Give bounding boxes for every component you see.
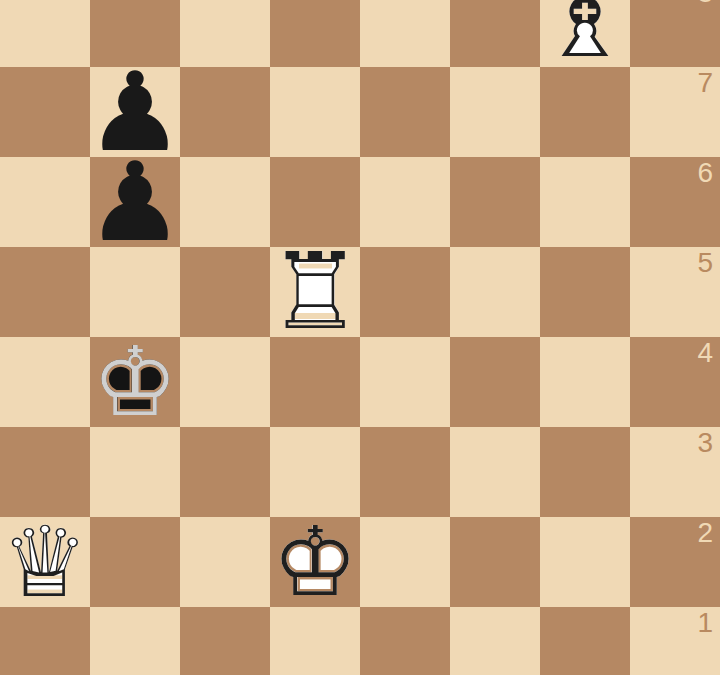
rank-label-7: 7 xyxy=(697,68,713,99)
square-b7[interactable]: ♟ xyxy=(90,67,180,157)
piece-white-queen[interactable]: ♛♕ xyxy=(0,517,90,607)
square-a1[interactable] xyxy=(0,607,90,675)
white-queen-glyph: ♕ xyxy=(0,516,91,608)
square-e6[interactable] xyxy=(360,157,450,247)
chess-board: ♝♗8♟7♟6♜♖5♚♔43♛♕♚♔21 xyxy=(0,0,720,675)
square-d3[interactable] xyxy=(270,427,360,517)
square-g7[interactable] xyxy=(540,67,630,157)
square-h5[interactable]: 5 xyxy=(630,247,720,337)
square-g2[interactable] xyxy=(540,517,630,607)
square-g3[interactable] xyxy=(540,427,630,517)
square-c4[interactable] xyxy=(180,337,270,427)
square-c5[interactable] xyxy=(180,247,270,337)
square-h4[interactable]: 4 xyxy=(630,337,720,427)
black-king-glyph: ♚ xyxy=(90,337,180,427)
square-c7[interactable] xyxy=(180,67,270,157)
square-e5[interactable] xyxy=(360,247,450,337)
square-a8[interactable] xyxy=(0,0,90,67)
square-h6[interactable]: 6 xyxy=(630,157,720,247)
rank-label-3: 3 xyxy=(697,428,713,459)
square-e3[interactable] xyxy=(360,427,450,517)
square-c8[interactable] xyxy=(180,0,270,67)
white-king-glyph: ♔ xyxy=(270,517,360,607)
white-bishop-glyph: ♝ xyxy=(538,0,632,69)
black-pawn-glyph: ♟ xyxy=(84,61,187,164)
square-h7[interactable]: 7 xyxy=(630,67,720,157)
square-d8[interactable] xyxy=(270,0,360,67)
white-king-glyph: ♚ xyxy=(270,517,360,607)
piece-black-pawn[interactable]: ♟ xyxy=(90,67,180,157)
square-b6[interactable]: ♟ xyxy=(90,157,180,247)
square-f4[interactable] xyxy=(450,337,540,427)
square-d6[interactable] xyxy=(270,157,360,247)
square-d5[interactable]: ♜♖ xyxy=(270,247,360,337)
rank-label-2: 2 xyxy=(697,518,713,549)
chessboard-viewport: ♝♗8♟7♟6♜♖5♚♔43♛♕♚♔21 xyxy=(0,0,720,675)
piece-black-pawn[interactable]: ♟ xyxy=(90,157,180,247)
white-rook-glyph: ♖ xyxy=(266,243,365,342)
rank-label-4: 4 xyxy=(697,338,713,369)
square-e4[interactable] xyxy=(360,337,450,427)
square-h2[interactable]: 2 xyxy=(630,517,720,607)
square-b3[interactable] xyxy=(90,427,180,517)
square-e7[interactable] xyxy=(360,67,450,157)
square-f6[interactable] xyxy=(450,157,540,247)
square-c3[interactable] xyxy=(180,427,270,517)
square-f1[interactable] xyxy=(450,607,540,675)
square-g4[interactable] xyxy=(540,337,630,427)
rank-label-6: 6 xyxy=(697,158,713,189)
square-c2[interactable] xyxy=(180,517,270,607)
rank-label-5: 5 xyxy=(697,248,713,279)
square-f3[interactable] xyxy=(450,427,540,517)
square-b2[interactable] xyxy=(90,517,180,607)
square-e1[interactable] xyxy=(360,607,450,675)
square-f5[interactable] xyxy=(450,247,540,337)
square-f8[interactable] xyxy=(450,0,540,67)
square-d1[interactable] xyxy=(270,607,360,675)
rank-label-8: 8 xyxy=(697,0,713,9)
square-g5[interactable] xyxy=(540,247,630,337)
piece-white-rook[interactable]: ♜♖ xyxy=(270,247,360,337)
piece-white-king[interactable]: ♚♔ xyxy=(270,517,360,607)
square-c1[interactable] xyxy=(180,607,270,675)
square-h1[interactable]: 1 xyxy=(630,607,720,675)
square-f7[interactable] xyxy=(450,67,540,157)
square-d7[interactable] xyxy=(270,67,360,157)
square-h8[interactable]: 8 xyxy=(630,0,720,67)
square-a6[interactable] xyxy=(0,157,90,247)
square-a2[interactable]: ♛♕ xyxy=(0,517,90,607)
black-pawn-glyph: ♟ xyxy=(84,151,187,254)
square-e2[interactable] xyxy=(360,517,450,607)
square-d4[interactable] xyxy=(270,337,360,427)
square-f2[interactable] xyxy=(450,517,540,607)
square-g6[interactable] xyxy=(540,157,630,247)
square-a3[interactable] xyxy=(0,427,90,517)
square-g8[interactable]: ♝♗ xyxy=(540,0,630,67)
square-b4[interactable]: ♚♔ xyxy=(90,337,180,427)
square-a5[interactable] xyxy=(0,247,90,337)
rank-label-1: 1 xyxy=(697,608,713,639)
square-b8[interactable] xyxy=(90,0,180,67)
square-g1[interactable] xyxy=(540,607,630,675)
square-b5[interactable] xyxy=(90,247,180,337)
white-queen-glyph: ♛ xyxy=(0,516,91,608)
white-bishop-glyph: ♗ xyxy=(538,0,632,69)
square-d2[interactable]: ♚♔ xyxy=(270,517,360,607)
square-b1[interactable] xyxy=(90,607,180,675)
square-a4[interactable] xyxy=(0,337,90,427)
white-rook-glyph: ♜ xyxy=(266,243,365,342)
square-a7[interactable] xyxy=(0,67,90,157)
piece-black-king[interactable]: ♚♔ xyxy=(90,337,180,427)
square-e8[interactable] xyxy=(360,0,450,67)
square-h3[interactable]: 3 xyxy=(630,427,720,517)
black-king-glyph: ♔ xyxy=(90,337,180,427)
square-c6[interactable] xyxy=(180,157,270,247)
piece-white-bishop[interactable]: ♝♗ xyxy=(540,0,630,67)
